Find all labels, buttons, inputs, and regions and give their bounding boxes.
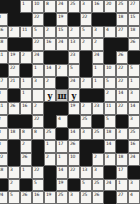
grid-cell[interactable]: 18 bbox=[104, 128, 116, 141]
grid-cell[interactable]: 3 bbox=[128, 115, 140, 128]
grid-cell[interactable]: 17 bbox=[56, 140, 68, 153]
grid-cell[interactable]: 19 bbox=[44, 191, 56, 204]
cell-number: 3 bbox=[70, 192, 73, 197]
grid-cell[interactable]: 2 bbox=[68, 26, 80, 39]
hint-letter-cell[interactable]: у bbox=[68, 89, 80, 102]
grid-cell[interactable]: 16 bbox=[32, 191, 44, 204]
cell-number: 22 bbox=[70, 167, 75, 172]
grid-cell[interactable]: 26 bbox=[92, 191, 104, 204]
grid-cell[interactable]: 14 bbox=[44, 64, 56, 77]
cell-number: 2 bbox=[46, 27, 49, 32]
grid-cell[interactable]: 14 bbox=[116, 89, 128, 102]
black-cell bbox=[32, 140, 44, 153]
grid-cell[interactable]: 2 bbox=[92, 153, 104, 166]
cell-number: 16 bbox=[46, 39, 51, 44]
grid-cell[interactable]: 2 bbox=[80, 38, 92, 51]
cell-number: 22 bbox=[118, 78, 123, 83]
cell-number: 8 bbox=[0, 141, 1, 146]
cell-number: 5 bbox=[82, 180, 85, 185]
cell-number: 18 bbox=[106, 129, 111, 134]
cell-number: 14 bbox=[106, 141, 111, 146]
grid-cell[interactable]: 22 bbox=[116, 77, 128, 90]
grid-cell[interactable]: 2 bbox=[44, 77, 56, 90]
cell-number: 3 bbox=[34, 78, 37, 83]
grid-cell[interactable]: 24 bbox=[56, 38, 68, 51]
puzzle-grid: 1108242531620252782219221815162115215253… bbox=[0, 0, 140, 204]
grid-cell[interactable]: 3 bbox=[104, 153, 116, 166]
black-cell bbox=[104, 166, 116, 179]
grid-cell[interactable]: 22 bbox=[0, 153, 8, 166]
black-cell bbox=[116, 140, 128, 153]
black-cell bbox=[104, 51, 116, 64]
grid-cell[interactable]: 21 bbox=[8, 77, 20, 90]
black-cell bbox=[44, 115, 56, 128]
black-cell bbox=[8, 89, 20, 102]
cell-number: 25 bbox=[82, 116, 87, 121]
grid-cell[interactable]: 23 bbox=[68, 51, 80, 64]
cell-number: 3 bbox=[0, 129, 1, 134]
grid-cell[interactable]: 17 bbox=[116, 166, 128, 179]
grid-cell[interactable]: 4 bbox=[128, 191, 140, 204]
grid-cell[interactable]: 3 bbox=[128, 89, 140, 102]
black-cell bbox=[20, 64, 32, 77]
grid-cell[interactable]: 25 bbox=[80, 191, 92, 204]
cell-number: 10 bbox=[34, 1, 39, 6]
cell-number: 2 bbox=[82, 39, 85, 44]
grid-cell[interactable]: 19 bbox=[8, 51, 20, 64]
cell-number: 8 bbox=[0, 14, 1, 19]
cell-number: 24 bbox=[0, 192, 3, 197]
grid-cell[interactable]: 14 bbox=[104, 140, 116, 153]
cell-number: 4 bbox=[130, 192, 133, 197]
black-cell bbox=[92, 13, 104, 26]
cell-number: 8 bbox=[46, 1, 49, 6]
black-cell bbox=[8, 115, 20, 128]
cell-number: 11 bbox=[106, 103, 111, 108]
cell-number: 25 bbox=[94, 180, 99, 185]
cell-number: 5 bbox=[106, 116, 109, 121]
cell-number: 22 bbox=[118, 65, 123, 70]
grid-cell[interactable]: 16 bbox=[92, 0, 104, 13]
grid-cell[interactable]: 8 bbox=[32, 128, 44, 141]
black-cell bbox=[20, 179, 32, 192]
cell-number: 3 bbox=[130, 116, 133, 121]
grid-cell[interactable]: 26 bbox=[128, 38, 140, 51]
cell-number: 19 bbox=[10, 52, 15, 57]
cell-number: 27 bbox=[130, 1, 135, 6]
black-cell bbox=[0, 0, 8, 13]
cell-number: 2 bbox=[34, 103, 37, 108]
cell-number: 26 bbox=[130, 39, 135, 44]
grid-cell[interactable]: 18 bbox=[0, 166, 8, 179]
cell-number: 11 bbox=[0, 52, 3, 57]
cell-number: 2 bbox=[22, 141, 25, 146]
cell-number: 16 bbox=[0, 27, 3, 32]
black-cell bbox=[80, 89, 92, 102]
grid-cell[interactable]: 5 bbox=[32, 26, 44, 39]
grid-cell[interactable]: 23 bbox=[92, 102, 104, 115]
cell-number: 1 bbox=[22, 1, 25, 6]
cell-number: 8 bbox=[34, 129, 37, 134]
cell-number: 22 bbox=[82, 14, 87, 19]
cell-number: 5 bbox=[34, 27, 37, 32]
cell-number: 1 bbox=[118, 180, 121, 185]
grid-cell[interactable]: 5 bbox=[68, 64, 80, 77]
cell-number: 25 bbox=[46, 129, 51, 134]
cell-number: 16 bbox=[34, 192, 39, 197]
grid-cell[interactable]: 3 bbox=[128, 179, 140, 192]
cell-number: 3 bbox=[118, 129, 121, 134]
cell-number: 26 bbox=[118, 52, 123, 57]
grid-cell[interactable]: 8 bbox=[0, 140, 8, 153]
cell-number: 2 bbox=[58, 65, 61, 70]
grid-cell[interactable]: 22 bbox=[8, 64, 20, 77]
black-cell bbox=[8, 0, 20, 13]
cell-number: 5 bbox=[34, 180, 37, 185]
grid-cell[interactable]: 1 bbox=[44, 140, 56, 153]
grid-cell[interactable]: 5 bbox=[8, 191, 20, 204]
grid-cell[interactable]: 19 bbox=[68, 102, 80, 115]
grid-cell[interactable]: 1 bbox=[20, 77, 32, 90]
grid-cell[interactable]: 10 bbox=[68, 153, 80, 166]
grid-cell[interactable]: 18 bbox=[8, 128, 20, 141]
cell-number: 5 bbox=[70, 65, 73, 70]
cell-number: 1 bbox=[46, 141, 49, 146]
cell-number: 5 bbox=[82, 27, 85, 32]
cell-number: 1 bbox=[22, 90, 25, 95]
cell-number: 3 bbox=[94, 27, 97, 32]
grid-cell[interactable]: 19 bbox=[56, 13, 68, 26]
grid-cell[interactable]: 2 bbox=[92, 38, 104, 51]
keyword-puzzle-screenshot: 1108242531620252782219221815162115215253… bbox=[0, 0, 140, 204]
grid-cell[interactable]: 25 bbox=[44, 128, 56, 141]
grid-cell[interactable]: 11 bbox=[0, 102, 8, 115]
grid-cell[interactable]: 26 bbox=[8, 102, 20, 115]
grid-cell[interactable]: 24 bbox=[128, 153, 140, 166]
cell-number: 1 bbox=[130, 78, 133, 83]
grid-cell[interactable]: 3 bbox=[0, 128, 8, 141]
cell-number: 14 bbox=[46, 65, 51, 70]
cell-number: 25 bbox=[82, 192, 87, 197]
cell-number: 19 bbox=[58, 14, 63, 19]
grid-cell[interactable]: 22 bbox=[32, 115, 44, 128]
grid-cell[interactable]: 24 bbox=[56, 0, 68, 13]
black-cell bbox=[56, 128, 68, 141]
cell-number: 15 bbox=[58, 27, 63, 32]
black-cell bbox=[104, 191, 116, 204]
cell-number: 25 bbox=[118, 1, 123, 6]
cell-number: 3 bbox=[94, 167, 97, 172]
grid-cell[interactable]: 1 bbox=[128, 77, 140, 90]
cell-number: 1 bbox=[34, 65, 37, 70]
grid-cell[interactable]: 25 bbox=[56, 191, 68, 204]
cell-number: 2 bbox=[0, 116, 1, 121]
grid-cell[interactable]: 18 bbox=[116, 13, 128, 26]
cell-number: 2 bbox=[10, 180, 13, 185]
cell-number: 17 bbox=[58, 141, 63, 146]
grid-cell[interactable]: 2 bbox=[8, 26, 20, 39]
grid-cell[interactable]: 26 bbox=[68, 140, 80, 153]
cell-number: 14 bbox=[58, 167, 63, 172]
cell-number: 3 bbox=[130, 180, 133, 185]
grid-cell[interactable]: 22 bbox=[32, 38, 44, 51]
cell-number: 24 bbox=[58, 1, 63, 6]
grid-cell[interactable]: 1 bbox=[116, 179, 128, 192]
cell-number: 5 bbox=[106, 78, 109, 83]
grid-cell[interactable]: 2 bbox=[0, 115, 8, 128]
black-cell bbox=[68, 115, 80, 128]
black-cell bbox=[20, 38, 32, 51]
grid-cell[interactable]: 14 bbox=[68, 128, 80, 141]
cell-number: 3 bbox=[130, 90, 133, 95]
grid-cell[interactable]: 1 bbox=[20, 89, 32, 102]
grid-cell[interactable]: 25 bbox=[128, 128, 140, 141]
cell-number: 24 bbox=[34, 52, 39, 57]
grid-cell[interactable]: 2 bbox=[8, 179, 20, 192]
grid-cell[interactable]: 3 bbox=[80, 128, 92, 141]
grid-cell[interactable]: 3 bbox=[92, 166, 104, 179]
cell-number: 18 bbox=[0, 39, 3, 44]
grid-cell[interactable]: 2 bbox=[44, 153, 56, 166]
grid-cell[interactable]: 25 bbox=[80, 115, 92, 128]
cell-number: 2 bbox=[82, 78, 85, 83]
grid-cell[interactable]: 13 bbox=[80, 166, 92, 179]
black-cell bbox=[104, 38, 116, 51]
grid-cell[interactable]: 5 bbox=[80, 179, 92, 192]
cell-number: 4 bbox=[106, 27, 109, 32]
black-cell bbox=[8, 38, 20, 51]
cell-number: 18 bbox=[0, 167, 3, 172]
grid-cell[interactable]: 8 bbox=[20, 128, 32, 141]
grid-cell[interactable]: 20 bbox=[104, 0, 116, 13]
grid-cell[interactable]: 24 bbox=[0, 191, 8, 204]
grid-cell[interactable]: 25 bbox=[68, 0, 80, 13]
grid-cell[interactable]: 5 bbox=[128, 64, 140, 77]
grid-cell[interactable]: 22 bbox=[80, 13, 92, 26]
cell-number: 3 bbox=[82, 129, 85, 134]
cell-number: 19 bbox=[46, 192, 51, 197]
black-cell bbox=[0, 179, 8, 192]
grid-cell[interactable]: 1 bbox=[56, 153, 68, 166]
grid-cell[interactable]: 2 bbox=[104, 89, 116, 102]
cell-number: 25 bbox=[94, 129, 99, 134]
grid-cell[interactable]: 16 bbox=[20, 102, 32, 115]
black-cell bbox=[116, 115, 128, 128]
grid-cell[interactable]: 3 bbox=[0, 89, 8, 102]
grid-cell[interactable]: 22 bbox=[68, 166, 80, 179]
grid-cell[interactable]: 11 bbox=[104, 102, 116, 115]
cell-number: 22 bbox=[0, 154, 3, 159]
cell-number: 26 bbox=[10, 103, 15, 108]
grid-cell[interactable]: 24 bbox=[32, 51, 44, 64]
cell-number: 18 bbox=[118, 154, 123, 159]
cell-number: 2 bbox=[70, 27, 73, 32]
grid-cell[interactable]: 3 bbox=[68, 191, 80, 204]
grid-cell[interactable]: 26 bbox=[116, 51, 128, 64]
black-cell bbox=[32, 153, 44, 166]
grid-cell[interactable]: 1 bbox=[32, 64, 44, 77]
cell-number: 1 bbox=[22, 78, 25, 83]
grid-cell[interactable]: 4 bbox=[56, 115, 68, 128]
grid-cell[interactable]: 27 bbox=[116, 191, 128, 204]
hint-letter: ш bbox=[57, 90, 67, 101]
black-cell bbox=[80, 140, 92, 153]
grid-cell[interactable]: 3 bbox=[92, 26, 104, 39]
black-cell bbox=[44, 102, 56, 115]
grid-cell[interactable]: 5 bbox=[104, 77, 116, 90]
cell-number: 4 bbox=[58, 116, 61, 121]
grid-cell[interactable]: 10 bbox=[32, 0, 44, 13]
grid-cell[interactable]: 22 bbox=[32, 13, 44, 26]
grid-cell[interactable]: 8 bbox=[0, 13, 8, 26]
cell-number: 1 bbox=[94, 78, 97, 83]
grid-cell[interactable]: 18 bbox=[0, 38, 8, 51]
grid-cell[interactable]: 11 bbox=[20, 26, 32, 39]
cell-number: 26 bbox=[70, 141, 75, 146]
grid-cell[interactable]: 10 bbox=[104, 64, 116, 77]
black-cell bbox=[20, 13, 32, 26]
cell-number: 1 bbox=[94, 65, 97, 70]
cell-number: 11 bbox=[0, 103, 3, 108]
cell-number: 21 bbox=[10, 78, 15, 83]
cell-number: 18 bbox=[118, 14, 123, 19]
cell-number: 17 bbox=[0, 78, 3, 83]
cell-number: 24 bbox=[70, 78, 75, 83]
hint-letter-cell[interactable]: у bbox=[44, 89, 56, 102]
black-cell bbox=[0, 64, 8, 77]
grid-cell[interactable]: 5 bbox=[104, 115, 116, 128]
grid-cell[interactable]: 24 bbox=[92, 51, 104, 64]
black-cell bbox=[44, 166, 56, 179]
grid-cell[interactable]: 5 bbox=[32, 179, 44, 192]
cell-number: 5 bbox=[130, 65, 133, 70]
grid-cell[interactable]: 3 bbox=[80, 0, 92, 13]
cell-number: 14 bbox=[130, 103, 135, 108]
cell-number: 2 bbox=[106, 90, 109, 95]
cell-number: 26 bbox=[22, 192, 27, 197]
black-cell bbox=[8, 140, 20, 153]
cell-number: 15 bbox=[130, 14, 135, 19]
cell-number: 20 bbox=[106, 1, 111, 6]
grid-cell[interactable] bbox=[32, 89, 44, 102]
grid-cell[interactable]: 19 bbox=[56, 179, 68, 192]
black-cell bbox=[44, 179, 56, 192]
cell-number: 2 bbox=[46, 78, 49, 83]
black-cell bbox=[104, 13, 116, 26]
cell-number: 2 bbox=[46, 154, 49, 159]
cell-number: 22 bbox=[118, 103, 123, 108]
cell-number: 27 bbox=[118, 192, 123, 197]
grid-cell[interactable]: 13 bbox=[68, 38, 80, 51]
grid-cell[interactable]: 22 bbox=[116, 64, 128, 77]
cell-number: 2 bbox=[10, 27, 13, 32]
grid-cell[interactable]: 25 bbox=[92, 128, 104, 141]
grid-cell[interactable]: 22 bbox=[116, 102, 128, 115]
grid-cell[interactable]: 14 bbox=[56, 166, 68, 179]
cell-number: 13 bbox=[82, 167, 87, 172]
grid-cell[interactable]: 1 bbox=[92, 64, 104, 77]
grid-cell[interactable]: 11 bbox=[0, 51, 8, 64]
grid-cell[interactable]: 2 bbox=[32, 102, 44, 115]
black-cell bbox=[20, 115, 32, 128]
grid-cell[interactable]: 2 bbox=[20, 51, 32, 64]
cell-number: 8 bbox=[22, 129, 25, 134]
grid-cell[interactable]: 22 bbox=[32, 166, 44, 179]
cell-number: 3 bbox=[82, 1, 85, 6]
hint-letter-cell[interactable]: ш bbox=[56, 89, 68, 102]
grid-cell[interactable]: 2 bbox=[80, 77, 92, 90]
grid-cell[interactable]: 2 bbox=[56, 64, 68, 77]
grid-cell[interactable]: 5 bbox=[80, 26, 92, 39]
grid-cell[interactable]: 1 bbox=[92, 77, 104, 90]
hint-letter: у bbox=[45, 90, 55, 101]
grid-cell[interactable]: 2 bbox=[80, 102, 92, 115]
grid-cell[interactable]: 17 bbox=[0, 77, 8, 90]
grid-cell[interactable]: 16 bbox=[128, 140, 140, 153]
grid-cell[interactable]: 25 bbox=[92, 179, 104, 192]
cell-number: 1 bbox=[58, 154, 61, 159]
grid-cell[interactable]: 27 bbox=[116, 26, 128, 39]
grid-cell[interactable]: 26 bbox=[20, 153, 32, 166]
grid-cell[interactable]: 18 bbox=[128, 26, 140, 39]
cell-number: 11 bbox=[22, 27, 27, 32]
grid-cell[interactable]: 3 bbox=[32, 77, 44, 90]
grid-cell[interactable]: 15 bbox=[56, 26, 68, 39]
grid-cell[interactable]: 1 bbox=[20, 166, 32, 179]
grid-cell[interactable]: 16 bbox=[0, 26, 8, 39]
grid-cell[interactable]: 27 bbox=[128, 0, 140, 13]
black-cell bbox=[92, 140, 104, 153]
black-cell bbox=[68, 179, 80, 192]
cell-number: 2 bbox=[22, 52, 25, 57]
grid-cell[interactable]: 24 bbox=[104, 179, 116, 192]
grid-cell[interactable]: 8 bbox=[44, 0, 56, 13]
grid-cell[interactable]: 25 bbox=[116, 0, 128, 13]
cell-number: 10 bbox=[70, 154, 75, 159]
cell-number: 26 bbox=[94, 192, 99, 197]
grid-cell[interactable]: 4 bbox=[104, 26, 116, 39]
cell-number: 5 bbox=[10, 192, 13, 197]
grid-cell[interactable]: 2 bbox=[44, 26, 56, 39]
grid-cell[interactable]: 2 bbox=[20, 140, 32, 153]
cell-number: 3 bbox=[10, 167, 13, 172]
grid-cell[interactable]: 18 bbox=[116, 153, 128, 166]
cell-number: 2 bbox=[82, 103, 85, 108]
cell-number: 27 bbox=[118, 27, 123, 32]
grid-cell[interactable]: 16 bbox=[44, 38, 56, 51]
grid-cell[interactable]: 3 bbox=[8, 166, 20, 179]
cell-number: 16 bbox=[94, 1, 99, 6]
grid-cell[interactable]: 1 bbox=[20, 0, 32, 13]
grid-cell[interactable]: 3 bbox=[116, 128, 128, 141]
cell-number: 23 bbox=[94, 103, 99, 108]
black-cell bbox=[80, 64, 92, 77]
black-cell bbox=[56, 77, 68, 90]
cell-number: 24 bbox=[106, 180, 111, 185]
cell-number: 10 bbox=[106, 65, 111, 70]
cell-number: 19 bbox=[58, 180, 63, 185]
grid-cell[interactable]: 15 bbox=[128, 13, 140, 26]
black-cell bbox=[8, 153, 20, 166]
grid-cell[interactable]: 14 bbox=[128, 102, 140, 115]
hint-letter: у bbox=[69, 90, 79, 101]
cell-number: 22 bbox=[34, 39, 39, 44]
cell-number: 22 bbox=[34, 167, 39, 172]
grid-cell[interactable]: 26 bbox=[20, 191, 32, 204]
cell-number: 3 bbox=[106, 154, 109, 159]
black-cell bbox=[80, 153, 92, 166]
grid-cell[interactable]: 24 bbox=[68, 77, 80, 90]
